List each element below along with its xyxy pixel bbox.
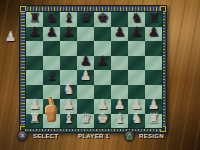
square-c5[interactable] (60, 56, 77, 71)
square-f4[interactable] (111, 70, 128, 85)
square-c1[interactable]: ♝ (60, 114, 77, 129)
black-pawn[interactable]: ♟ (26, 25, 43, 40)
square-g4[interactable] (128, 70, 145, 85)
square-d7[interactable] (77, 27, 94, 42)
square-f6[interactable] (111, 41, 128, 56)
square-e1[interactable]: ♚ (94, 114, 111, 129)
black-pawn[interactable]: ♟ (128, 25, 145, 40)
white-rook[interactable]: ♜ (145, 112, 162, 127)
white-rook[interactable]: ♜ (26, 112, 43, 127)
square-h7[interactable]: ♟ (145, 27, 162, 42)
square-g1[interactable]: ♞ (128, 114, 145, 129)
white-pawn[interactable]: ♟ (60, 97, 77, 112)
square-b6[interactable] (43, 41, 60, 56)
square-a5[interactable] (26, 56, 43, 71)
resign-label: RESIGN (139, 133, 164, 139)
hand-cursor-icon (43, 97, 60, 122)
square-g6[interactable] (128, 41, 145, 56)
white-bishop[interactable]: ♝ (111, 112, 128, 127)
black-pawn[interactable]: ♟ (111, 25, 128, 40)
square-h5[interactable] (145, 56, 162, 71)
white-pawn[interactable]: ♟ (145, 97, 162, 112)
white-pawn[interactable]: ♟ (128, 97, 145, 112)
square-h1[interactable]: ♜ (145, 114, 162, 129)
square-h6[interactable] (145, 41, 162, 56)
square-b4[interactable]: ♝ (43, 70, 60, 85)
black-pawn[interactable]: ♟ (43, 25, 60, 40)
black-knight[interactable]: ♞ (43, 10, 60, 25)
square-a6[interactable] (26, 41, 43, 56)
square-c6[interactable] (60, 41, 77, 56)
square-g7[interactable]: ♟ (128, 27, 145, 42)
white-queen[interactable]: ♛ (77, 112, 94, 127)
black-rook[interactable]: ♜ (145, 10, 162, 25)
cross-button-icon[interactable]: × (17, 130, 28, 141)
hand-wrist (47, 113, 56, 122)
white-pawn[interactable]: ♟ (26, 97, 43, 112)
square-b7[interactable]: ♟ (43, 27, 60, 42)
black-pawn[interactable]: ♟ (60, 25, 77, 40)
square-h4[interactable] (145, 70, 162, 85)
square-e7[interactable] (94, 27, 111, 42)
black-pawn[interactable]: ♟ (77, 54, 94, 69)
game-screen: ♜♞♝♛♚♞♜♟♟♟♟♟♟♟♟♝♟♞♟♟♟♟♟♟♟♜♝♛♚♝♞♜ ♟ × SEL… (0, 0, 200, 150)
black-pawn[interactable]: ♟ (94, 54, 111, 69)
black-pawn[interactable]: ♟ (145, 25, 162, 40)
white-knight[interactable]: ♞ (128, 112, 145, 127)
square-d3[interactable] (77, 85, 94, 100)
square-a4[interactable] (26, 70, 43, 85)
white-bishop[interactable]: ♝ (60, 112, 77, 127)
black-rook[interactable]: ♜ (26, 10, 43, 25)
square-d1[interactable]: ♛ (77, 114, 94, 129)
square-e4[interactable] (94, 70, 111, 85)
square-d4[interactable]: ♟ (77, 70, 94, 85)
square-a7[interactable]: ♟ (26, 27, 43, 42)
black-bishop[interactable]: ♝ (60, 10, 77, 25)
white-pawn[interactable]: ♟ (94, 97, 111, 112)
player-turn-label: PLAYER 1 (78, 133, 109, 139)
white-pawn[interactable]: ♟ (77, 68, 94, 83)
square-c7[interactable]: ♟ (60, 27, 77, 42)
square-f7[interactable]: ♟ (111, 27, 128, 42)
select-label: SELECT (33, 133, 58, 139)
black-queen[interactable]: ♛ (77, 10, 94, 25)
white-king[interactable]: ♚ (94, 112, 111, 127)
square-f1[interactable]: ♝ (111, 114, 128, 129)
square-d8[interactable]: ♛ (77, 12, 94, 27)
captured-white-pawn: ♟ (3, 26, 18, 46)
black-king[interactable]: ♚ (94, 10, 111, 25)
square-g5[interactable] (128, 56, 145, 71)
black-bishop[interactable]: ♝ (43, 68, 60, 83)
square-f5[interactable] (111, 56, 128, 71)
white-knight[interactable]: ♞ (60, 83, 77, 98)
black-knight[interactable]: ♞ (128, 10, 145, 25)
square-e5[interactable]: ♟ (94, 56, 111, 71)
square-e8[interactable]: ♚ (94, 12, 111, 27)
white-pawn[interactable]: ♟ (111, 97, 128, 112)
triangle-button-icon[interactable]: △ (124, 130, 135, 141)
square-a1[interactable]: ♜ (26, 114, 43, 129)
